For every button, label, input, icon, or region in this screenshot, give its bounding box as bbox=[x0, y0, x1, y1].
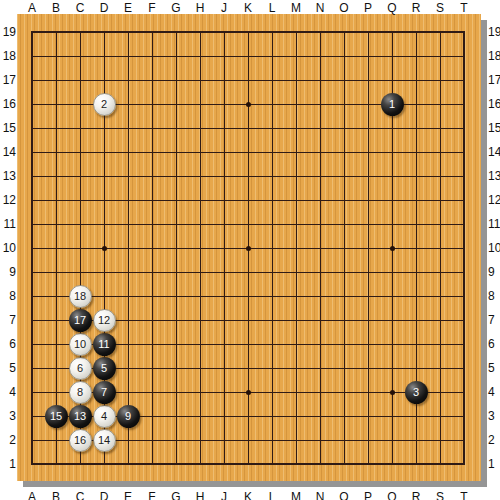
white-stone-move-12: 12 bbox=[93, 309, 116, 332]
black-stone-move-1: 1 bbox=[381, 93, 404, 116]
column-label-bottom: E bbox=[119, 490, 137, 500]
row-label-left: 12 bbox=[0, 193, 16, 207]
column-label-top: K bbox=[239, 1, 257, 15]
white-stone-move-2: 2 bbox=[93, 93, 116, 116]
column-label-top: C bbox=[71, 1, 89, 15]
black-stone-move-11: 11 bbox=[93, 333, 116, 356]
column-label-bottom: B bbox=[47, 490, 65, 500]
row-label-right: 11 bbox=[488, 217, 500, 231]
row-label-left: 8 bbox=[0, 289, 16, 303]
row-label-left: 7 bbox=[0, 313, 16, 327]
grid-line-vertical bbox=[296, 32, 297, 465]
column-label-bottom: N bbox=[311, 490, 329, 500]
row-label-right: 17 bbox=[488, 73, 500, 87]
row-label-left: 19 bbox=[0, 25, 16, 39]
row-label-right: 12 bbox=[488, 193, 500, 207]
black-stone-move-13: 13 bbox=[69, 405, 92, 428]
row-label-left: 16 bbox=[0, 97, 16, 111]
row-label-right: 7 bbox=[488, 313, 500, 327]
column-label-top: L bbox=[263, 1, 281, 15]
column-label-bottom: J bbox=[215, 490, 233, 500]
column-label-top: G bbox=[167, 1, 185, 15]
row-label-right: 2 bbox=[488, 433, 500, 447]
column-label-bottom: O bbox=[335, 490, 353, 500]
row-label-left: 10 bbox=[0, 241, 16, 255]
column-label-bottom: A bbox=[23, 490, 41, 500]
white-stone-move-4: 4 bbox=[93, 405, 116, 428]
white-stone-move-18: 18 bbox=[69, 285, 92, 308]
column-label-bottom: T bbox=[455, 490, 473, 500]
row-label-right: 14 bbox=[488, 145, 500, 159]
white-stone-move-16: 16 bbox=[69, 429, 92, 452]
row-label-left: 9 bbox=[0, 265, 16, 279]
column-label-bottom: P bbox=[359, 490, 377, 500]
grid-line-vertical bbox=[320, 32, 321, 465]
column-label-bottom: K bbox=[239, 490, 257, 500]
go-board-diagram: AABBCCDDEEFFGGHHJJKKLLMMNNOOPPQQRRSSTT19… bbox=[0, 0, 500, 500]
column-label-top: A bbox=[23, 1, 41, 15]
row-label-right: 13 bbox=[488, 169, 500, 183]
column-label-top: H bbox=[191, 1, 209, 15]
column-label-bottom: C bbox=[71, 490, 89, 500]
row-label-right: 8 bbox=[488, 289, 500, 303]
row-label-right: 4 bbox=[488, 385, 500, 399]
grid-line-vertical bbox=[440, 32, 441, 465]
star-point bbox=[246, 246, 251, 251]
star-point bbox=[390, 246, 395, 251]
row-label-right: 6 bbox=[488, 337, 500, 351]
row-label-right: 9 bbox=[488, 265, 500, 279]
row-label-left: 13 bbox=[0, 169, 16, 183]
row-label-right: 3 bbox=[488, 409, 500, 423]
column-label-bottom: M bbox=[287, 490, 305, 500]
column-label-top: R bbox=[407, 1, 425, 15]
row-label-right: 5 bbox=[488, 361, 500, 375]
white-stone-move-6: 6 bbox=[69, 357, 92, 380]
row-label-left: 17 bbox=[0, 73, 16, 87]
row-label-left: 4 bbox=[0, 385, 16, 399]
column-label-bottom: S bbox=[431, 490, 449, 500]
column-label-top: M bbox=[287, 1, 305, 15]
grid-line-horizontal bbox=[32, 296, 465, 297]
column-label-top: F bbox=[143, 1, 161, 15]
row-label-right: 10 bbox=[488, 241, 500, 255]
column-label-top: P bbox=[359, 1, 377, 15]
star-point bbox=[390, 390, 395, 395]
row-label-left: 11 bbox=[0, 217, 16, 231]
board-drop-shadow-bottom bbox=[23, 481, 487, 487]
column-label-top: N bbox=[311, 1, 329, 15]
black-stone-move-9: 9 bbox=[117, 405, 140, 428]
white-stone-move-10: 10 bbox=[69, 333, 92, 356]
grid-line-horizontal bbox=[32, 272, 465, 273]
black-stone-move-17: 17 bbox=[69, 309, 92, 332]
column-label-bottom: H bbox=[191, 490, 209, 500]
column-label-bottom: L bbox=[263, 490, 281, 500]
white-stone-move-14: 14 bbox=[93, 429, 116, 452]
row-label-left: 1 bbox=[0, 457, 16, 471]
column-label-bottom: G bbox=[167, 490, 185, 500]
column-label-bottom: F bbox=[143, 490, 161, 500]
column-label-top: E bbox=[119, 1, 137, 15]
board-drop-shadow-right bbox=[481, 20, 487, 487]
black-stone-move-15: 15 bbox=[45, 405, 68, 428]
black-stone-move-5: 5 bbox=[93, 357, 116, 380]
row-label-left: 14 bbox=[0, 145, 16, 159]
column-label-top: O bbox=[335, 1, 353, 15]
star-point bbox=[246, 102, 251, 107]
row-label-left: 18 bbox=[0, 49, 16, 63]
column-label-top: S bbox=[431, 1, 449, 15]
row-label-right: 15 bbox=[488, 121, 500, 135]
grid-line-vertical bbox=[368, 32, 369, 465]
column-label-top: B bbox=[47, 1, 65, 15]
grid-line-vertical bbox=[272, 32, 273, 465]
column-label-top: Q bbox=[383, 1, 401, 15]
column-label-bottom: D bbox=[95, 490, 113, 500]
column-label-bottom: R bbox=[407, 490, 425, 500]
white-stone-move-8: 8 bbox=[69, 381, 92, 404]
row-label-left: 3 bbox=[0, 409, 16, 423]
column-label-top: T bbox=[455, 1, 473, 15]
row-label-left: 2 bbox=[0, 433, 16, 447]
star-point bbox=[102, 246, 107, 251]
black-stone-move-7: 7 bbox=[93, 381, 116, 404]
row-label-right: 1 bbox=[488, 457, 500, 471]
black-stone-move-3: 3 bbox=[405, 381, 428, 404]
column-label-top: D bbox=[95, 1, 113, 15]
star-point bbox=[246, 390, 251, 395]
row-label-right: 19 bbox=[488, 25, 500, 39]
column-label-top: J bbox=[215, 1, 233, 15]
row-label-right: 16 bbox=[488, 97, 500, 111]
row-label-left: 6 bbox=[0, 337, 16, 351]
row-label-left: 15 bbox=[0, 121, 16, 135]
grid-line-vertical bbox=[344, 32, 345, 465]
column-label-bottom: Q bbox=[383, 490, 401, 500]
row-label-right: 18 bbox=[488, 49, 500, 63]
row-label-left: 5 bbox=[0, 361, 16, 375]
